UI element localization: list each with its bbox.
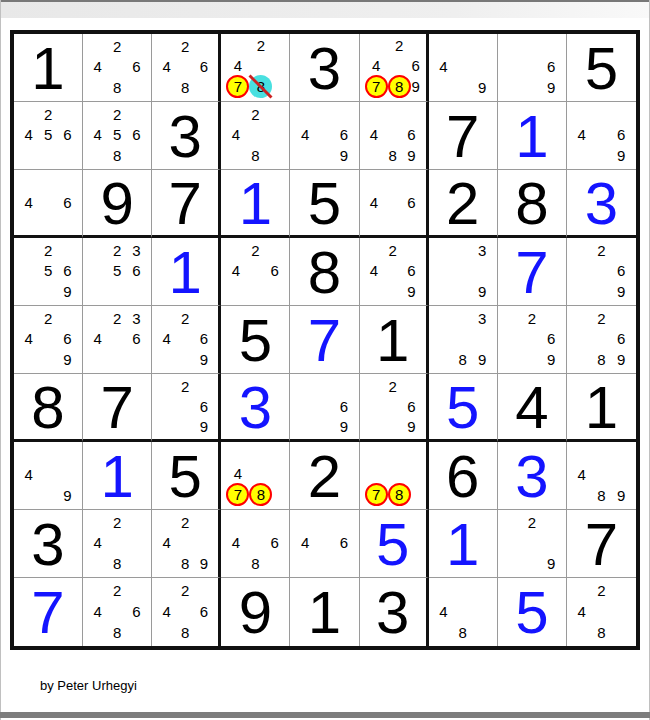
cell-r3c3[interactable]: 7 (152, 170, 221, 238)
candidate-6[interactable]: 6 (63, 331, 71, 346)
cell-r3c7[interactable]: 2 (429, 170, 498, 238)
candidate-8[interactable]: 8 (388, 148, 396, 163)
candidate-8[interactable]: 8 (113, 148, 121, 163)
cell-r9c2[interactable]: 2468 (83, 578, 152, 646)
given-digit: 7 (152, 170, 218, 235)
candidate-8[interactable]: 8 (181, 556, 189, 571)
cell-r9c9[interactable]: 248 (567, 578, 636, 646)
given-digit: 8 (498, 170, 566, 235)
cell-r5c1[interactable]: 2469 (14, 306, 83, 374)
candidate-slot-9: 9 (542, 349, 561, 370)
cell-r1c8[interactable]: 69 (498, 34, 567, 102)
candidate-4[interactable]: 4 (578, 604, 586, 619)
candidate-9[interactable]: 9 (200, 352, 208, 367)
candidate-4[interactable]: 4 (234, 58, 242, 73)
candidate-9[interactable]: 9 (63, 488, 71, 503)
candidate-grid: 2689 (567, 306, 636, 373)
cell-r8c4[interactable]: 468 (221, 510, 290, 578)
given-digit: 9 (83, 170, 151, 235)
candidate-slot-2: 2 (246, 240, 265, 261)
candidate-6[interactable]: 6 (200, 604, 208, 619)
candidate-2[interactable]: 2 (251, 243, 259, 258)
cell-r7c1[interactable]: 49 (14, 442, 83, 510)
candidate-slot-6: 6 (127, 601, 146, 622)
candidate-6[interactable]: 6 (200, 59, 208, 74)
candidate-3[interactable]: 3 (478, 311, 486, 326)
cell-r5c3[interactable]: 2469 (152, 306, 221, 374)
candidate-slot-2: 2 (592, 580, 612, 601)
candidate-slot-4: 4 (88, 125, 107, 146)
candidate-6[interactable]: 6 (340, 535, 348, 550)
candidate-5[interactable]: 5 (44, 263, 52, 278)
cell-r6c9[interactable]: 1 (567, 374, 636, 442)
candidate-slot-8: 8 (249, 75, 272, 98)
candidate-slot-7: 7 (226, 483, 249, 506)
candidate-6[interactable]: 6 (132, 59, 140, 74)
cell-r1c4[interactable]: 2478 (221, 34, 290, 102)
cell-r9c5[interactable]: 1 (290, 578, 359, 646)
candidate-slot-2: 2 (176, 376, 195, 396)
cell-r8c9[interactable]: 7 (567, 510, 636, 578)
candidate-6[interactable]: 6 (132, 604, 140, 619)
candidate-6[interactable]: 6 (547, 59, 555, 74)
candidate-slot-4: 4 (572, 601, 592, 622)
cell-r7c7[interactable]: 6 (429, 442, 498, 510)
candidate-4[interactable]: 4 (439, 604, 447, 619)
candidate-2[interactable]: 2 (597, 243, 605, 258)
given-digit: 6 (429, 442, 497, 509)
cell-r6c2[interactable]: 7 (83, 374, 152, 442)
candidate-8-highlighted-yellow[interactable]: 8 (388, 75, 411, 98)
candidate-9[interactable]: 9 (617, 284, 625, 299)
candidate-grid: 49 (429, 34, 497, 101)
candidate-slot-8: 8 (176, 622, 195, 643)
candidate-slot-6: 6 (58, 125, 77, 146)
cell-r2c2[interactable]: 24568 (83, 102, 152, 170)
candidate-4[interactable]: 4 (162, 535, 170, 550)
candidate-slot-2: 2 (383, 240, 402, 261)
candidate-6[interactable]: 6 (617, 331, 625, 346)
cell-r3c8[interactable]: 8 (498, 170, 567, 238)
cell-r9c7[interactable]: 48 (429, 578, 498, 646)
cell-r7c2[interactable]: 1 (83, 442, 152, 510)
candidate-4[interactable]: 4 (370, 127, 378, 142)
cell-r3c9[interactable]: 3 (567, 170, 636, 238)
candidate-3[interactable]: 3 (478, 243, 486, 258)
candidate-4[interactable]: 4 (234, 466, 242, 481)
candidate-3[interactable]: 3 (132, 311, 140, 326)
candidate-8[interactable]: 8 (113, 80, 121, 95)
candidate-3[interactable]: 3 (132, 243, 140, 258)
cell-r2c4[interactable]: 248 (221, 102, 290, 170)
candidate-slot-8: 8 (592, 349, 612, 370)
candidate-6[interactable]: 6 (271, 535, 279, 550)
candidate-9[interactable]: 9 (478, 284, 486, 299)
candidate-6[interactable]: 6 (340, 399, 348, 414)
given-digit: 3 (360, 578, 426, 646)
cell-r5c4[interactable]: 5 (221, 306, 290, 374)
candidate-6[interactable]: 6 (407, 195, 415, 210)
cell-r8c8[interactable]: 29 (498, 510, 567, 578)
cell-r9c8[interactable]: 5 (498, 578, 567, 646)
candidate-6[interactable]: 6 (63, 263, 71, 278)
candidate-2[interactable]: 2 (528, 311, 536, 326)
candidate-2[interactable]: 2 (597, 311, 605, 326)
cell-r2c3[interactable]: 3 (152, 102, 221, 170)
candidate-slot-5: 5 (38, 261, 57, 282)
candidate-8-highlighted-yellow[interactable]: 8 (388, 483, 411, 506)
candidate-2[interactable]: 2 (181, 311, 189, 326)
candidate-slot-8: 8 (592, 485, 612, 506)
cell-r1c5[interactable]: 3 (290, 34, 359, 102)
cell-r7c3[interactable]: 5 (152, 442, 221, 510)
candidate-slot-2: 2 (592, 240, 612, 261)
candidate-8[interactable]: 8 (459, 625, 467, 640)
candidate-9[interactable]: 9 (407, 419, 415, 434)
candidate-slot-8: 8 (388, 75, 411, 98)
cell-r2c7[interactable]: 7 (429, 102, 498, 170)
candidate-4[interactable]: 4 (372, 58, 380, 73)
candidate-9[interactable]: 9 (617, 488, 625, 503)
cell-r4c1[interactable]: 2569 (14, 238, 83, 306)
candidate-grid: 29 (498, 510, 566, 577)
candidate-slot-9: 9 (58, 485, 77, 506)
candidate-4[interactable]: 4 (439, 59, 447, 74)
cell-r6c1[interactable]: 8 (14, 374, 83, 442)
candidate-2[interactable]: 2 (597, 583, 605, 598)
cell-r8c1[interactable]: 3 (14, 510, 83, 578)
candidate-slot-9: 9 (611, 145, 631, 166)
cell-r1c9[interactable]: 5 (567, 34, 636, 102)
cell-r4c2[interactable]: 2356 (83, 238, 152, 306)
candidate-2[interactable]: 2 (113, 243, 121, 258)
cell-r6c3[interactable]: 269 (152, 374, 221, 442)
candidate-slot-9: 9 (611, 281, 631, 302)
solved-digit: 7 (290, 306, 358, 373)
candidate-slot-9: 9 (542, 553, 561, 574)
cell-r3c1[interactable]: 46 (14, 170, 83, 238)
candidate-2[interactable]: 2 (113, 515, 121, 530)
candidate-slot-4: 4 (572, 465, 592, 486)
candidate-slot-4: 4 (365, 125, 384, 146)
candidate-2[interactable]: 2 (181, 379, 189, 394)
candidate-4[interactable]: 4 (370, 263, 378, 278)
candidate-4[interactable]: 4 (370, 195, 378, 210)
solved-digit: 1 (429, 510, 497, 577)
candidate-4[interactable]: 4 (162, 59, 170, 74)
cell-r5c6[interactable]: 1 (360, 306, 429, 374)
candidate-6[interactable]: 6 (63, 195, 71, 210)
cell-r5c9[interactable]: 2689 (567, 306, 636, 374)
candidate-slot-9: 9 (402, 145, 421, 166)
candidate-grid: 49 (14, 442, 82, 509)
cell-r6c7[interactable]: 5 (429, 374, 498, 442)
cell-r5c2[interactable]: 2346 (83, 306, 152, 374)
candidate-9[interactable]: 9 (547, 556, 555, 571)
candidate-grid: 2469 (14, 306, 82, 373)
candidate-9[interactable]: 9 (407, 284, 415, 299)
candidate-9[interactable]: 9 (478, 80, 486, 95)
candidate-grid: 78 (360, 442, 426, 509)
candidate-6[interactable]: 6 (407, 263, 415, 278)
solved-digit: 5 (429, 374, 497, 439)
candidate-4[interactable]: 4 (162, 604, 170, 619)
candidate-2[interactable]: 2 (388, 379, 396, 394)
candidate-slot-4: 4 (157, 329, 176, 350)
candidate-4[interactable]: 4 (232, 263, 240, 278)
candidate-grid: 2356 (83, 238, 151, 305)
cell-r3c5[interactable]: 5 (290, 170, 359, 238)
cell-r2c8[interactable]: 1 (498, 102, 567, 170)
candidate-4[interactable]: 4 (25, 467, 33, 482)
candidate-slot-6: 6 (334, 396, 353, 416)
candidate-slot-8: 8 (383, 145, 402, 166)
candidate-slot-5: 5 (38, 125, 57, 146)
candidate-slot-6: 6 (402, 125, 421, 146)
candidate-9[interactable]: 9 (200, 419, 208, 434)
cell-r4c3[interactable]: 1 (152, 238, 221, 306)
candidate-slot-8: 8 (107, 145, 126, 166)
cell-r4c9[interactable]: 269 (567, 238, 636, 306)
cell-r1c6[interactable]: 246789 (360, 34, 429, 102)
candidate-9[interactable]: 9 (547, 352, 555, 367)
cell-r9c3[interactable]: 2468 (152, 578, 221, 646)
candidate-4[interactable]: 4 (232, 127, 240, 142)
given-digit: 7 (83, 374, 151, 439)
candidate-9[interactable]: 9 (547, 80, 555, 95)
candidate-grid: 269 (498, 306, 566, 373)
candidate-4[interactable]: 4 (94, 331, 102, 346)
candidate-9[interactable]: 9 (340, 419, 348, 434)
candidate-4[interactable]: 4 (94, 59, 102, 74)
cell-r7c9[interactable]: 489 (567, 442, 636, 510)
candidate-slot-6: 6 (542, 329, 561, 350)
candidate-slot-3: 3 (472, 240, 491, 261)
cell-r4c8[interactable]: 7 (498, 238, 567, 306)
cell-r2c1[interactable]: 2456 (14, 102, 83, 170)
candidate-4[interactable]: 4 (162, 331, 170, 346)
cell-r6c5[interactable]: 69 (290, 374, 359, 442)
candidate-grid: 39 (429, 238, 497, 305)
given-digit: 2 (290, 442, 358, 509)
candidate-slot-6: 6 (411, 56, 421, 76)
candidate-2[interactable]: 2 (251, 107, 259, 122)
candidate-8[interactable]: 8 (113, 556, 121, 571)
candidate-7-highlighted-yellow[interactable]: 7 (365, 75, 388, 98)
cell-r4c4[interactable]: 246 (221, 238, 290, 306)
candidate-8[interactable]: 8 (181, 80, 189, 95)
candidate-9[interactable]: 9 (617, 148, 625, 163)
candidate-4[interactable]: 4 (94, 535, 102, 550)
candidate-8[interactable]: 8 (113, 625, 121, 640)
candidate-5[interactable]: 5 (113, 263, 121, 278)
cell-r1c1[interactable]: 1 (14, 34, 83, 102)
cell-r5c5[interactable]: 7 (290, 306, 359, 374)
candidate-4[interactable]: 4 (578, 127, 586, 142)
candidate-5[interactable]: 5 (113, 127, 121, 142)
candidate-4[interactable]: 4 (301, 535, 309, 550)
cell-r2c9[interactable]: 469 (567, 102, 636, 170)
candidate-8-highlighted-yellow[interactable]: 8 (249, 483, 272, 506)
cell-r4c7[interactable]: 39 (429, 238, 498, 306)
candidate-6[interactable]: 6 (200, 399, 208, 414)
candidate-slot-6: 6 (58, 261, 77, 282)
candidate-2[interactable]: 2 (388, 243, 396, 258)
candidate-2[interactable]: 2 (181, 583, 189, 598)
candidate-6[interactable]: 6 (200, 331, 208, 346)
given-digit: 8 (290, 238, 358, 305)
candidate-8[interactable]: 8 (597, 352, 605, 367)
cell-r8c2[interactable]: 248 (83, 510, 152, 578)
candidate-slot-5: 5 (107, 261, 126, 282)
candidate-slot-2: 2 (107, 580, 126, 601)
solved-digit: 1 (498, 102, 566, 169)
candidate-grid: 2468 (83, 34, 151, 101)
cell-r5c7[interactable]: 389 (429, 306, 498, 374)
candidate-2[interactable]: 2 (113, 311, 121, 326)
candidate-slot-8: 8 (176, 553, 195, 574)
cell-r8c3[interactable]: 2489 (152, 510, 221, 578)
candidate-6[interactable]: 6 (132, 263, 140, 278)
candidate-slot-8: 8 (453, 622, 472, 643)
candidate-slot-2: 2 (388, 36, 411, 56)
candidate-6[interactable]: 6 (407, 127, 415, 142)
candidate-2[interactable]: 2 (44, 311, 52, 326)
cell-r1c2[interactable]: 2468 (83, 34, 152, 102)
candidate-4[interactable]: 4 (25, 127, 33, 142)
candidate-9[interactable]: 9 (63, 352, 71, 367)
cell-r3c6[interactable]: 46 (360, 170, 429, 238)
cell-r7c4[interactable]: 478 (221, 442, 290, 510)
candidate-4[interactable]: 4 (578, 467, 586, 482)
candidate-8[interactable]: 8 (459, 352, 467, 367)
candidate-grid: 469 (290, 102, 358, 169)
candidate-2[interactable]: 2 (113, 107, 121, 122)
candidate-slot-2: 2 (383, 376, 402, 396)
candidate-4[interactable]: 4 (94, 604, 102, 619)
candidate-6[interactable]: 6 (547, 331, 555, 346)
candidate-4[interactable]: 4 (301, 127, 309, 142)
cell-r8c6[interactable]: 5 (360, 510, 429, 578)
candidate-6[interactable]: 6 (63, 127, 71, 142)
candidate-8[interactable]: 8 (597, 488, 605, 503)
candidate-9[interactable]: 9 (407, 148, 415, 163)
candidate-2[interactable]: 2 (395, 38, 403, 53)
candidate-slot-2: 2 (176, 512, 195, 533)
candidate-9[interactable]: 9 (617, 352, 625, 367)
cell-r9c1[interactable]: 7 (14, 578, 83, 646)
cell-r4c5[interactable]: 8 (290, 238, 359, 306)
candidate-2[interactable]: 2 (44, 243, 52, 258)
candidate-9[interactable]: 9 (411, 79, 419, 94)
candidate-8[interactable]: 8 (597, 625, 605, 640)
cell-r1c7[interactable]: 49 (429, 34, 498, 102)
candidate-6[interactable]: 6 (132, 127, 140, 142)
candidate-9[interactable]: 9 (340, 148, 348, 163)
cell-r6c4[interactable]: 3 (221, 374, 290, 442)
candidate-6[interactable]: 6 (411, 58, 419, 73)
candidate-grid: 2469 (152, 306, 218, 373)
cell-r5c8[interactable]: 269 (498, 306, 567, 374)
candidate-slot-4: 4 (88, 533, 107, 554)
candidate-7-highlighted-yellow[interactable]: 7 (226, 483, 249, 506)
candidate-slot-4: 4 (19, 329, 38, 350)
candidate-2[interactable]: 2 (181, 39, 189, 54)
candidate-slot-2: 2 (38, 104, 57, 125)
candidate-2[interactable]: 2 (113, 583, 121, 598)
candidate-slot-2: 2 (38, 240, 57, 261)
candidate-6[interactable]: 6 (340, 127, 348, 142)
candidate-slot-6: 6 (58, 192, 77, 212)
candidate-slot-9: 9 (472, 77, 491, 98)
cell-r6c6[interactable]: 269 (360, 374, 429, 442)
candidate-slot-9: 9 (58, 281, 77, 302)
cell-r7c6[interactable]: 78 (360, 442, 429, 510)
candidate-8-eliminated-cyan[interactable]: 8 (249, 75, 272, 98)
candidate-slot-2: 2 (249, 36, 272, 56)
candidate-slot-9: 9 (334, 145, 353, 166)
cell-r2c6[interactable]: 4689 (360, 102, 429, 170)
candidate-4[interactable]: 4 (94, 127, 102, 142)
candidate-9[interactable]: 9 (63, 284, 71, 299)
cell-r6c8[interactable]: 4 (498, 374, 567, 442)
candidate-8[interactable]: 8 (251, 556, 259, 571)
candidate-6[interactable]: 6 (617, 263, 625, 278)
candidate-5[interactable]: 5 (44, 127, 52, 142)
candidate-slot-4: 4 (295, 125, 314, 146)
cell-r3c4[interactable]: 1 (221, 170, 290, 238)
candidate-7-highlighted-yellow[interactable]: 7 (226, 75, 249, 98)
candidate-4[interactable]: 4 (25, 331, 33, 346)
cell-r7c8[interactable]: 3 (498, 442, 567, 510)
cell-r9c6[interactable]: 3 (360, 578, 429, 646)
candidate-8[interactable]: 8 (181, 625, 189, 640)
candidate-grid: 69 (498, 34, 566, 101)
candidate-2[interactable]: 2 (528, 515, 536, 530)
cell-r8c5[interactable]: 46 (290, 510, 359, 578)
cell-r4c6[interactable]: 2469 (360, 238, 429, 306)
candidate-slot-6: 6 (611, 329, 631, 350)
candidate-6[interactable]: 6 (617, 127, 625, 142)
candidate-2[interactable]: 2 (113, 39, 121, 54)
candidate-2[interactable]: 2 (44, 107, 52, 122)
candidate-6[interactable]: 6 (132, 331, 140, 346)
candidate-2[interactable]: 2 (181, 515, 189, 530)
candidate-4[interactable]: 4 (25, 195, 33, 210)
cell-r3c2[interactable]: 9 (83, 170, 152, 238)
candidate-slot-9: 9 (195, 349, 214, 370)
candidate-6[interactable]: 6 (271, 263, 279, 278)
candidate-9[interactable]: 9 (200, 556, 208, 571)
candidate-6[interactable]: 6 (407, 399, 415, 414)
cell-r1c3[interactable]: 2468 (152, 34, 221, 102)
cell-r9c4[interactable]: 9 (221, 578, 290, 646)
candidate-2[interactable]: 2 (257, 38, 265, 53)
candidate-slot-4: 4 (157, 601, 176, 622)
solved-digit: 7 (14, 578, 82, 646)
solved-digit: 5 (498, 578, 566, 646)
candidate-8[interactable]: 8 (251, 148, 259, 163)
cell-r7c5[interactable]: 2 (290, 442, 359, 510)
candidate-grid: 46 (290, 510, 358, 577)
candidate-9[interactable]: 9 (478, 352, 486, 367)
cell-r8c7[interactable]: 1 (429, 510, 498, 578)
candidate-7-highlighted-yellow[interactable]: 7 (365, 483, 388, 506)
candidate-grid: 248 (567, 578, 636, 646)
cell-r2c5[interactable]: 469 (290, 102, 359, 170)
candidate-slot-6: 6 (127, 261, 146, 282)
candidate-4[interactable]: 4 (232, 535, 240, 550)
